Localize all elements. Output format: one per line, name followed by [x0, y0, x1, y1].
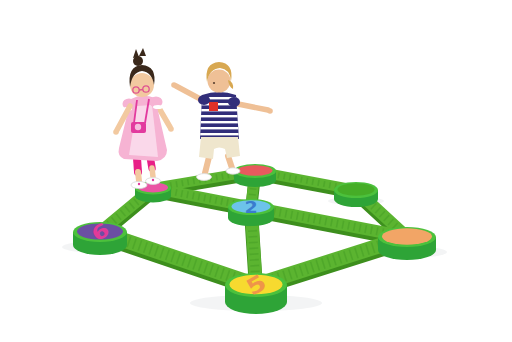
girl-head — [130, 73, 154, 97]
boy-chest-patch — [209, 102, 218, 111]
boy-eye — [213, 82, 215, 84]
boy-shirt — [198, 88, 242, 142]
product-photo: 2 6 5 — [0, 0, 512, 342]
girl-left-hand — [113, 129, 119, 135]
pod-blue: 2 — [228, 198, 274, 226]
pod-orange — [378, 227, 436, 260]
pod-red — [234, 164, 276, 187]
camera-lens — [135, 124, 141, 130]
boy-left-hand — [171, 82, 177, 88]
girl-right-hand — [168, 126, 174, 132]
pod-green — [334, 182, 378, 207]
boy-head — [208, 70, 231, 93]
boy-right-hand — [267, 108, 273, 114]
pod-blue-number: 2 — [244, 198, 257, 216]
balance-path-scene: 2 6 5 — [0, 0, 512, 342]
